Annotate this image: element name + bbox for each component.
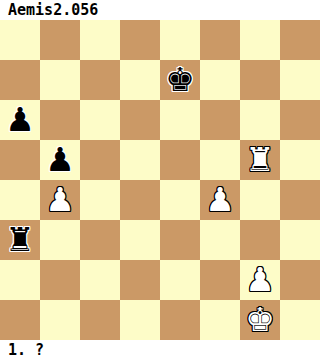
square-e8[interactable] <box>160 20 200 60</box>
black-pawn[interactable]: ♟ <box>0 100 40 140</box>
square-f7[interactable] <box>200 60 240 100</box>
square-e3[interactable] <box>160 220 200 260</box>
square-e5[interactable] <box>160 140 200 180</box>
square-h1[interactable] <box>280 300 320 340</box>
square-e1[interactable] <box>160 300 200 340</box>
square-f8[interactable] <box>200 20 240 60</box>
square-d8[interactable] <box>120 20 160 60</box>
square-a5[interactable] <box>0 140 40 180</box>
black-pawn[interactable]: ♟ <box>40 140 80 180</box>
square-g4[interactable] <box>240 180 280 220</box>
square-c3[interactable] <box>80 220 120 260</box>
square-g3[interactable] <box>240 220 280 260</box>
square-b4[interactable]: ♟ <box>40 180 80 220</box>
app-title: Aemis2.056 <box>0 1 98 19</box>
square-d6[interactable] <box>120 100 160 140</box>
square-f6[interactable] <box>200 100 240 140</box>
square-f5[interactable] <box>200 140 240 180</box>
square-h4[interactable] <box>280 180 320 220</box>
square-g5[interactable]: ♜ <box>240 140 280 180</box>
square-a8[interactable] <box>0 20 40 60</box>
square-d1[interactable] <box>120 300 160 340</box>
square-d2[interactable] <box>120 260 160 300</box>
square-d7[interactable] <box>120 60 160 100</box>
title-bar: Aemis2.056 <box>0 0 320 20</box>
status-bar: 1. ? <box>0 340 320 360</box>
square-e6[interactable] <box>160 100 200 140</box>
white-pawn[interactable]: ♟ <box>200 180 240 220</box>
chess-board: ♚♟♟♜♟♟♜♟♚ <box>0 20 320 340</box>
square-b3[interactable] <box>40 220 80 260</box>
square-a1[interactable] <box>0 300 40 340</box>
square-g8[interactable] <box>240 20 280 60</box>
square-b1[interactable] <box>40 300 80 340</box>
white-pawn[interactable]: ♟ <box>240 260 280 300</box>
square-e7[interactable]: ♚ <box>160 60 200 100</box>
square-d3[interactable] <box>120 220 160 260</box>
square-b7[interactable] <box>40 60 80 100</box>
square-h3[interactable] <box>280 220 320 260</box>
square-c2[interactable] <box>80 260 120 300</box>
square-f2[interactable] <box>200 260 240 300</box>
square-h2[interactable] <box>280 260 320 300</box>
square-g7[interactable] <box>240 60 280 100</box>
square-a7[interactable] <box>0 60 40 100</box>
square-c7[interactable] <box>80 60 120 100</box>
square-a6[interactable]: ♟ <box>0 100 40 140</box>
square-b2[interactable] <box>40 260 80 300</box>
square-b8[interactable] <box>40 20 80 60</box>
square-b6[interactable] <box>40 100 80 140</box>
move-prompt: 1. ? <box>0 341 44 359</box>
square-f3[interactable] <box>200 220 240 260</box>
square-c4[interactable] <box>80 180 120 220</box>
chess-app-window: Aemis2.056 ♚♟♟♜♟♟♜♟♚ 1. ? <box>0 0 320 360</box>
white-pawn[interactable]: ♟ <box>40 180 80 220</box>
square-c6[interactable] <box>80 100 120 140</box>
square-a4[interactable] <box>0 180 40 220</box>
square-h8[interactable] <box>280 20 320 60</box>
square-h6[interactable] <box>280 100 320 140</box>
square-f1[interactable] <box>200 300 240 340</box>
square-h5[interactable] <box>280 140 320 180</box>
white-king[interactable]: ♚ <box>240 300 280 340</box>
black-king[interactable]: ♚ <box>160 60 200 100</box>
square-d4[interactable] <box>120 180 160 220</box>
square-g6[interactable] <box>240 100 280 140</box>
white-rook[interactable]: ♜ <box>240 140 280 180</box>
black-rook[interactable]: ♜ <box>0 220 40 260</box>
square-c8[interactable] <box>80 20 120 60</box>
square-f4[interactable]: ♟ <box>200 180 240 220</box>
square-b5[interactable]: ♟ <box>40 140 80 180</box>
square-g1[interactable]: ♚ <box>240 300 280 340</box>
square-c5[interactable] <box>80 140 120 180</box>
square-h7[interactable] <box>280 60 320 100</box>
square-c1[interactable] <box>80 300 120 340</box>
square-e2[interactable] <box>160 260 200 300</box>
square-d5[interactable] <box>120 140 160 180</box>
square-e4[interactable] <box>160 180 200 220</box>
square-g2[interactable]: ♟ <box>240 260 280 300</box>
square-a3[interactable]: ♜ <box>0 220 40 260</box>
square-a2[interactable] <box>0 260 40 300</box>
